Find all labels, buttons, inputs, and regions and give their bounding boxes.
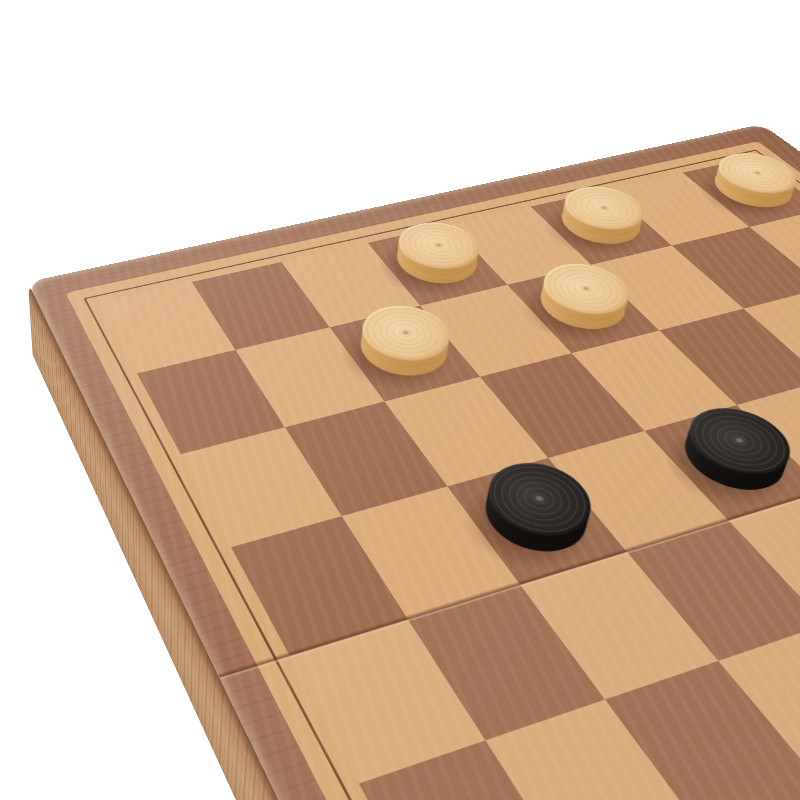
checkers-board[interactable]: [28, 124, 800, 800]
product-photo-stage: [0, 0, 800, 800]
